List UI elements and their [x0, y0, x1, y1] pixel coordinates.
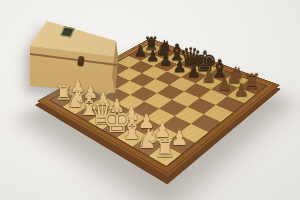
- scene: ♜♞♝♛♚♝♞♜♟♟♟♟♟♟♟♟♟♟♟♟♟♟♟♟♜♞♝♛♚♝♞♜: [0, 0, 300, 200]
- box-lid-top: [0, 0, 300, 200]
- storage-box: [0, 0, 300, 200]
